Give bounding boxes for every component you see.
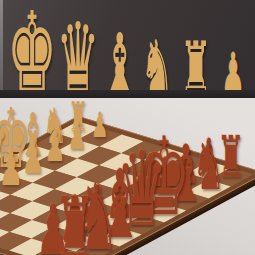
lineup-knight: ♞ (141, 30, 174, 98)
lineup-king: ♚ (7, 0, 57, 98)
lineup-queen: ♛ (56, 10, 99, 98)
shelf-front-edge (0, 90, 255, 98)
lineup-bishop: ♝ (102, 23, 138, 98)
piece-lineup: ♚♛♝♞♜♟ (0, 0, 255, 98)
board-setup-photo: ♜♟♟♜♞♟♟♞♝♟♟♝♚♟♟♚♛♟♟♛♟♟♝♟♞♟♜ (0, 98, 255, 255)
piece-lineup-photo: ♚♛♝♞♜♟ (0, 0, 255, 98)
chess-board (0, 116, 255, 255)
board-grid (0, 121, 253, 255)
product-photo-collage: ♚♛♝♞♜♟ ♜♟♟♜♞♟♟♞♝♟♟♝♚♟♟♚♛♟♟♛♟♟♝♟♞♟♜ (0, 0, 255, 255)
lineup-rook: ♜ (180, 32, 212, 98)
